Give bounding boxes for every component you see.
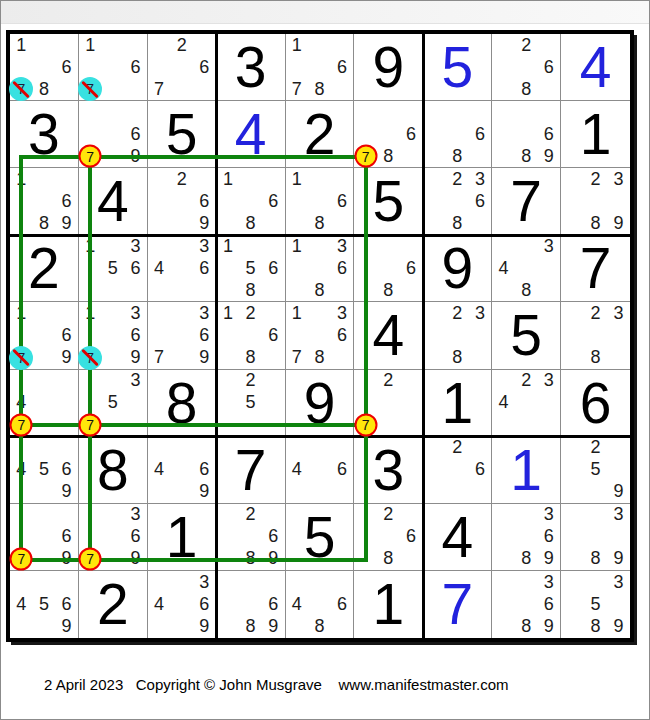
- candidate-7: [217, 279, 240, 301]
- candidate-2: [33, 302, 56, 324]
- candidate-6: [400, 392, 423, 414]
- candidate-3: [193, 168, 216, 190]
- candidate-8: [170, 212, 193, 234]
- candidate-2: [377, 101, 400, 123]
- candidate-5: [377, 526, 400, 548]
- candidate-3: [331, 168, 354, 190]
- candidate-2: [33, 437, 56, 459]
- cell-r2c9[interactable]: 1: [561, 101, 630, 168]
- candidate-grid: 259: [561, 437, 630, 503]
- candidate-4: [423, 190, 446, 212]
- cell-r2c6[interactable]: 687: [354, 101, 423, 168]
- cell-r1c7[interactable]: 5: [423, 34, 492, 101]
- candidate-3: 3: [331, 302, 354, 324]
- candidate-7: 7: [286, 347, 309, 369]
- cell-r1c5[interactable]: 1678: [286, 34, 355, 101]
- cell-r2c7[interactable]: 68: [423, 101, 492, 168]
- cell-r4c5[interactable]: 1368: [286, 235, 355, 302]
- candidate-grid: 4569: [10, 571, 78, 638]
- candidate-8: [170, 616, 193, 638]
- candidate-5: [239, 526, 262, 548]
- candidate-1: [423, 101, 446, 123]
- candidate-4: [492, 123, 515, 145]
- cell-r7c7[interactable]: 26: [423, 437, 492, 504]
- candidate-2: [33, 504, 56, 526]
- candidate-4: [492, 56, 515, 78]
- candidate-9: [262, 279, 285, 301]
- candidate-1: [217, 370, 240, 392]
- cell-r4c9[interactable]: 7: [561, 235, 630, 302]
- candidate-6: 6: [124, 324, 147, 346]
- candidate-5: [515, 392, 538, 414]
- candidate-2: [170, 302, 193, 324]
- fish-circle-7: 7: [79, 413, 102, 436]
- candidate-3: 3: [193, 302, 216, 324]
- candidate-8: 8: [584, 347, 607, 369]
- candidate-8: 8: [515, 548, 538, 570]
- candidate-8: [170, 481, 193, 503]
- candidate-2: [239, 235, 262, 257]
- cell-r9c2[interactable]: 2: [79, 571, 148, 638]
- candidate-5: [446, 190, 469, 212]
- candidate-2: 2: [377, 504, 400, 526]
- cell-r9c5[interactable]: 468: [286, 571, 355, 638]
- candidate-1: 1: [286, 235, 309, 257]
- candidate-5: [377, 123, 400, 145]
- candidate-grid: 1268: [217, 302, 285, 368]
- cell-r4c7[interactable]: 9: [423, 235, 492, 302]
- cell-r6c8[interactable]: 234: [492, 370, 561, 437]
- cell-r1c6[interactable]: 9: [354, 34, 423, 101]
- candidate-8: 8: [515, 78, 538, 100]
- candidate-6: 6: [55, 324, 78, 346]
- candidate-5: [515, 56, 538, 78]
- candidate-6: 6: [262, 257, 285, 279]
- candidate-6: 6: [55, 526, 78, 548]
- candidate-4: [10, 56, 33, 78]
- candidate-9: 9: [537, 145, 560, 167]
- cell-r6c7[interactable]: 1: [423, 370, 492, 437]
- candidate-grid: 469: [148, 437, 216, 503]
- candidate-3: [469, 437, 492, 459]
- candidate-7: [217, 347, 240, 369]
- candidate-8: 8: [308, 78, 331, 100]
- candidate-9: [262, 212, 285, 234]
- candidate-9: [124, 279, 147, 301]
- candidate-5: [239, 324, 262, 346]
- candidate-3: 3: [124, 302, 147, 324]
- cell-r4c4[interactable]: 1568: [217, 235, 286, 302]
- candidate-4: [354, 123, 377, 145]
- candidate-8: [102, 78, 125, 100]
- candidate-6: 6: [55, 593, 78, 615]
- candidate-8: 8: [515, 145, 538, 167]
- candidate-3: 3: [537, 370, 560, 392]
- candidate-grid: 68: [423, 101, 491, 167]
- candidate-3: [55, 504, 78, 526]
- candidate-grid: 268: [492, 34, 560, 100]
- candidate-5: [170, 459, 193, 481]
- given-digit: 5: [492, 302, 560, 368]
- candidate-1: [148, 34, 171, 56]
- sudoku-board: 1687167267316789526843697542687686891168…: [6, 30, 634, 642]
- candidate-7: [286, 212, 309, 234]
- cell-r3c3[interactable]: 269: [148, 168, 217, 235]
- candidate-grid: 238: [561, 302, 630, 368]
- candidate-3: 3: [193, 571, 216, 593]
- candidate-8: [170, 78, 193, 100]
- candidate-3: 3: [607, 168, 630, 190]
- cell-r1c1[interactable]: 1687: [10, 34, 79, 101]
- candidate-2: 2: [377, 370, 400, 392]
- cell-r5c7[interactable]: 238: [423, 302, 492, 369]
- candidate-3: [537, 101, 560, 123]
- candidate-9: 9: [537, 616, 560, 638]
- candidate-2: 2: [239, 302, 262, 324]
- candidate-6: 6: [331, 593, 354, 615]
- fish-circle-7: 7: [10, 413, 33, 436]
- candidate-3: [124, 101, 147, 123]
- candidate-2: [102, 370, 125, 392]
- cell-r4c3[interactable]: 346: [148, 235, 217, 302]
- candidate-2: 2: [239, 370, 262, 392]
- candidate-1: [217, 571, 240, 593]
- candidate-1: [148, 235, 171, 257]
- cell-r5c5[interactable]: 13678: [286, 302, 355, 369]
- candidate-8: 8: [239, 616, 262, 638]
- cell-r9c8[interactable]: 3689: [492, 571, 561, 638]
- candidate-6: 6: [262, 526, 285, 548]
- cell-r4c8[interactable]: 348: [492, 235, 561, 302]
- cell-r9c4[interactable]: 689: [217, 571, 286, 638]
- candidate-9: [537, 78, 560, 100]
- candidate-5: [33, 190, 56, 212]
- cell-r8c8[interactable]: 3689: [492, 504, 561, 571]
- candidate-7: [217, 616, 240, 638]
- candidate-4: [217, 593, 240, 615]
- candidate-2: 2: [515, 34, 538, 56]
- candidate-2: [308, 168, 331, 190]
- candidate-grid: 3689: [492, 571, 560, 638]
- candidate-6: 6: [124, 123, 147, 145]
- candidate-7: [10, 616, 33, 638]
- candidate-3: 3: [193, 235, 216, 257]
- candidate-6: 6: [193, 593, 216, 615]
- candidate-5: [584, 324, 607, 346]
- cell-r5c4[interactable]: 1268: [217, 302, 286, 369]
- candidate-3: 3: [607, 302, 630, 324]
- candidate-grid: 468: [286, 571, 354, 638]
- cell-r9c6[interactable]: 1: [354, 571, 423, 638]
- candidate-2: 2: [515, 370, 538, 392]
- given-digit: 9: [354, 34, 422, 100]
- candidate-1: 1: [79, 34, 102, 56]
- candidate-7: [561, 616, 584, 638]
- candidate-6: 6: [262, 324, 285, 346]
- top-strip: [1, 1, 649, 24]
- cell-r3c5[interactable]: 168: [286, 168, 355, 235]
- cell-r5c9[interactable]: 238: [561, 302, 630, 369]
- candidate-6: [607, 593, 630, 615]
- candidate-8: 8: [33, 212, 56, 234]
- cell-r9c7[interactable]: 7: [423, 571, 492, 638]
- candidate-3: 3: [607, 571, 630, 593]
- page: 1687167267316789526843697542687686891168…: [0, 0, 650, 720]
- candidate-1: 1: [286, 302, 309, 324]
- candidate-5: [446, 459, 469, 481]
- candidate-5: [308, 459, 331, 481]
- cell-r7c3[interactable]: 469: [148, 437, 217, 504]
- candidate-8: 8: [446, 347, 469, 369]
- cell-r2c8[interactable]: 689: [492, 101, 561, 168]
- candidate-9: [331, 347, 354, 369]
- candidate-5: [239, 190, 262, 212]
- candidate-7: 7: [148, 347, 171, 369]
- candidate-4: 4: [286, 593, 309, 615]
- candidate-8: [584, 481, 607, 503]
- candidate-3: [55, 302, 78, 324]
- solved-digit: 4: [561, 34, 630, 100]
- candidate-8: [308, 481, 331, 503]
- cell-r1c4[interactable]: 3: [217, 34, 286, 101]
- candidate-9: [331, 78, 354, 100]
- candidate-8: 8: [308, 347, 331, 369]
- candidate-3: [55, 168, 78, 190]
- candidate-8: 8: [515, 279, 538, 301]
- candidate-7: [286, 481, 309, 503]
- cell-r3c9[interactable]: 2389: [561, 168, 630, 235]
- given-digit: 6: [561, 370, 630, 436]
- candidate-2: [515, 235, 538, 257]
- cell-r3c7[interactable]: 2368: [423, 168, 492, 235]
- cell-r9c3[interactable]: 3469: [148, 571, 217, 638]
- candidate-2: [170, 571, 193, 593]
- candidate-3: [55, 370, 78, 392]
- cell-r3c8[interactable]: 7: [492, 168, 561, 235]
- cell-r1c8[interactable]: 268: [492, 34, 561, 101]
- candidate-grid: 2389: [561, 168, 630, 234]
- candidate-5: [377, 257, 400, 279]
- cell-r8c9[interactable]: 389: [561, 504, 630, 571]
- candidate-grid: 689: [492, 101, 560, 167]
- candidate-8: [515, 414, 538, 436]
- candidate-3: [262, 235, 285, 257]
- candidate-7: [492, 616, 515, 638]
- candidate-4: 4: [492, 392, 515, 414]
- candidate-6: 6: [400, 257, 423, 279]
- cell-r7c4[interactable]: 7: [217, 437, 286, 504]
- caption: 2 April 2023 Copyright © John Musgrave w…: [44, 676, 509, 693]
- candidate-1: 1: [217, 235, 240, 257]
- given-digit: 1: [423, 370, 491, 436]
- candidate-8: 8: [239, 347, 262, 369]
- candidate-7: [148, 616, 171, 638]
- candidate-8: 8: [377, 548, 400, 570]
- candidate-8: 8: [33, 78, 56, 100]
- candidate-3: [262, 370, 285, 392]
- candidate-8: [377, 414, 400, 436]
- candidate-6: 6: [124, 56, 147, 78]
- candidate-9: 9: [607, 548, 630, 570]
- candidate-7: [561, 347, 584, 369]
- candidate-7: [561, 548, 584, 570]
- candidate-2: 2: [446, 437, 469, 459]
- candidate-3: 3: [607, 504, 630, 526]
- candidate-3: [331, 437, 354, 459]
- box-line: [215, 34, 218, 638]
- candidate-8: 8: [584, 212, 607, 234]
- candidate-4: [286, 257, 309, 279]
- candidate-7: [217, 212, 240, 234]
- given-digit: 2: [79, 571, 147, 638]
- candidate-7: [492, 78, 515, 100]
- candidate-5: [515, 593, 538, 615]
- candidate-2: [102, 504, 125, 526]
- candidate-7: [492, 279, 515, 301]
- elimination-mark-7: 7: [78, 77, 102, 101]
- candidate-5: [308, 257, 331, 279]
- candidate-2: 2: [239, 504, 262, 526]
- fish-circle-7: 7: [10, 547, 33, 570]
- candidate-5: [377, 392, 400, 414]
- candidate-1: 1: [286, 168, 309, 190]
- candidate-3: [400, 504, 423, 526]
- candidate-1: [561, 437, 584, 459]
- candidate-3: [55, 34, 78, 56]
- cell-r7c9[interactable]: 259: [561, 437, 630, 504]
- cell-r9c1[interactable]: 4569: [10, 571, 79, 638]
- candidate-1: [148, 571, 171, 593]
- candidate-4: [217, 190, 240, 212]
- candidate-6: 6: [124, 257, 147, 279]
- candidate-4: [561, 324, 584, 346]
- candidate-9: 9: [193, 347, 216, 369]
- candidate-1: [286, 437, 309, 459]
- candidate-grid: 46: [286, 437, 354, 503]
- candidate-5: [170, 593, 193, 615]
- cell-r1c3[interactable]: 267: [148, 34, 217, 101]
- candidate-6: [262, 392, 285, 414]
- candidate-4: [492, 526, 515, 548]
- candidate-4: 4: [148, 459, 171, 481]
- candidate-1: 1: [10, 34, 33, 56]
- candidate-5: [446, 324, 469, 346]
- cell-r3c4[interactable]: 168: [217, 168, 286, 235]
- candidate-grid: 346: [148, 235, 216, 301]
- candidate-1: [492, 370, 515, 392]
- candidate-9: [331, 279, 354, 301]
- cell-r7c5[interactable]: 46: [286, 437, 355, 504]
- candidate-1: [492, 571, 515, 593]
- candidate-4: [217, 324, 240, 346]
- candidate-9: 9: [55, 616, 78, 638]
- candidate-6: 6: [331, 257, 354, 279]
- candidate-6: 6: [469, 459, 492, 481]
- candidate-9: 9: [193, 212, 216, 234]
- candidate-8: 8: [308, 279, 331, 301]
- candidate-6: 6: [262, 190, 285, 212]
- candidate-9: [55, 78, 78, 100]
- candidate-1: [286, 571, 309, 593]
- cell-r8c7[interactable]: 4: [423, 504, 492, 571]
- candidate-5: [239, 593, 262, 615]
- candidate-6: 6: [331, 459, 354, 481]
- candidate-8: 8: [308, 616, 331, 638]
- candidate-6: [607, 459, 630, 481]
- candidate-5: [308, 593, 331, 615]
- candidate-grid: 13678: [286, 302, 354, 368]
- candidate-9: [400, 414, 423, 436]
- candidate-4: [286, 190, 309, 212]
- candidate-1: 1: [286, 34, 309, 56]
- candidate-5: [33, 324, 56, 346]
- candidate-1: [79, 101, 102, 123]
- cell-r1c9[interactable]: 4: [561, 34, 630, 101]
- candidate-2: 2: [170, 168, 193, 190]
- candidate-4: 4: [286, 459, 309, 481]
- candidate-8: [102, 347, 125, 369]
- candidate-9: 9: [55, 481, 78, 503]
- cell-r7c8[interactable]: 1: [492, 437, 561, 504]
- candidate-1: [148, 302, 171, 324]
- box-line: [10, 435, 630, 438]
- candidate-1: [492, 504, 515, 526]
- candidate-6: 6: [55, 56, 78, 78]
- candidate-1: [492, 34, 515, 56]
- box-line: [10, 234, 630, 237]
- candidate-5: 5: [584, 593, 607, 615]
- candidate-3: [400, 235, 423, 257]
- candidate-3: [262, 302, 285, 324]
- candidate-7: [286, 279, 309, 301]
- candidate-6: 6: [55, 459, 78, 481]
- candidate-2: [102, 34, 125, 56]
- candidate-5: [102, 324, 125, 346]
- candidate-5: [170, 257, 193, 279]
- candidate-2: [308, 34, 331, 56]
- candidate-2: [515, 504, 538, 526]
- given-digit: 7: [561, 235, 630, 301]
- candidate-1: [561, 168, 584, 190]
- candidate-9: [193, 279, 216, 301]
- candidate-grid: 1678: [286, 34, 354, 100]
- candidate-6: 6: [469, 190, 492, 212]
- solved-digit: 1: [492, 437, 560, 503]
- candidate-3: [400, 101, 423, 123]
- candidate-9: [400, 279, 423, 301]
- candidate-6: 6: [537, 526, 560, 548]
- cell-r6c9[interactable]: 6: [561, 370, 630, 437]
- given-digit: 4: [423, 504, 491, 570]
- candidate-grid: 1568: [217, 235, 285, 301]
- candidate-2: [239, 168, 262, 190]
- cell-r1c2[interactable]: 167: [79, 34, 148, 101]
- cell-r5c3[interactable]: 3679: [148, 302, 217, 369]
- elimination-mark-7: 7: [78, 346, 102, 370]
- candidate-1: [354, 101, 377, 123]
- candidate-8: 8: [239, 212, 262, 234]
- candidate-3: [193, 437, 216, 459]
- candidate-grid: 267: [148, 34, 216, 100]
- candidate-2: [584, 571, 607, 593]
- chain-line: [364, 155, 368, 562]
- given-digit: 7: [492, 168, 560, 234]
- cell-r5c8[interactable]: 5: [492, 302, 561, 369]
- solved-digit: 5: [423, 34, 491, 100]
- candidate-1: [492, 101, 515, 123]
- candidate-4: 4: [492, 257, 515, 279]
- cell-r9c9[interactable]: 3589: [561, 571, 630, 638]
